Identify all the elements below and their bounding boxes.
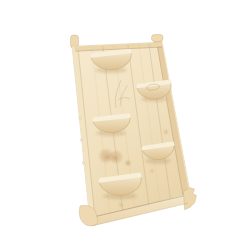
climbing-hold-3	[93, 114, 130, 136]
small-knot-3	[151, 170, 154, 173]
product-image	[0, 0, 250, 250]
small-knot-2	[164, 130, 168, 134]
climbing-ramp-photo	[0, 0, 250, 250]
top-peg-right-cap	[152, 35, 164, 42]
rail-dowel-3	[82, 162, 85, 165]
heart-knot-core-right	[113, 156, 117, 160]
heart-knot-core-left	[105, 155, 110, 160]
rail-dowel-2	[80, 139, 83, 142]
climbing-hold-1	[91, 50, 131, 74]
small-knot-4	[119, 203, 122, 206]
climbing-hold-4	[142, 142, 174, 164]
small-knot-1	[126, 161, 130, 165]
rail-dowel-1	[79, 117, 82, 120]
